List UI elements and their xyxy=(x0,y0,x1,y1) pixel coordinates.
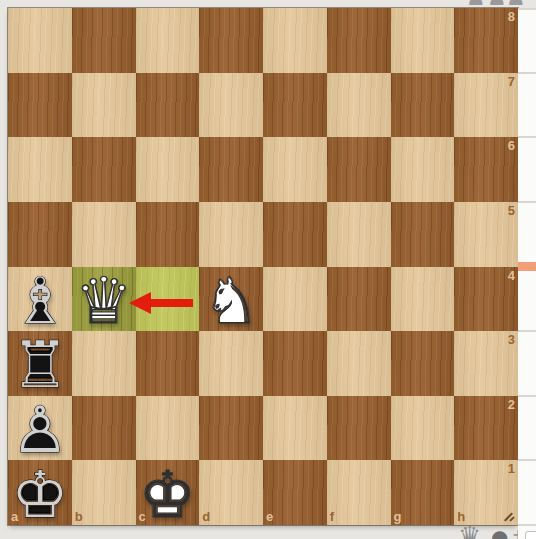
circle-icon[interactable]: ● xyxy=(491,527,508,539)
black-king[interactable]: ♚♔ xyxy=(8,460,72,525)
square-c7[interactable] xyxy=(136,73,200,138)
square-d7[interactable] xyxy=(199,73,263,138)
panel-tick xyxy=(518,136,536,138)
file-label-f: f xyxy=(330,510,334,523)
panel-tick xyxy=(518,524,536,526)
square-d5[interactable] xyxy=(199,202,263,267)
square-h5[interactable]: 5 xyxy=(454,202,518,267)
square-g6[interactable] xyxy=(391,137,455,202)
square-g1[interactable]: g xyxy=(391,460,455,525)
rank-label-1: 1 xyxy=(508,462,515,475)
square-e8[interactable] xyxy=(263,8,327,73)
square-g8[interactable] xyxy=(391,8,455,73)
square-b2[interactable] xyxy=(72,396,136,461)
black-rook[interactable]: ♜♖ xyxy=(8,331,72,396)
square-b5[interactable] xyxy=(72,202,136,267)
rank-label-5: 5 xyxy=(508,204,515,217)
white-king[interactable]: ♚♔ xyxy=(136,460,200,525)
black-bishop-glyph: ♗ xyxy=(8,269,72,334)
white-queen[interactable]: ♛♕ xyxy=(72,267,136,332)
square-f3[interactable] xyxy=(327,331,391,396)
file-label-g: g xyxy=(394,510,402,523)
square-b3[interactable] xyxy=(72,331,136,396)
resize-handle-icon[interactable] xyxy=(502,509,516,523)
square-c3[interactable] xyxy=(136,331,200,396)
file-label-h: h xyxy=(457,510,465,523)
square-e5[interactable] xyxy=(263,202,327,267)
square-d8[interactable] xyxy=(199,8,263,73)
square-a2[interactable]: ♟♙ xyxy=(8,396,72,461)
square-e7[interactable] xyxy=(263,73,327,138)
rank-label-3: 3 xyxy=(508,333,515,346)
board-grid: 8765♝♗♛♕♞♘4♜♖3♟♙2a♚♔bc♚♔defg1h xyxy=(8,8,518,525)
square-a6[interactable] xyxy=(8,137,72,202)
square-d1[interactable]: d xyxy=(199,460,263,525)
white-knight-glyph: ♘ xyxy=(199,269,263,334)
square-b8[interactable] xyxy=(72,8,136,73)
top-strip: ♟♟♟ xyxy=(0,0,536,8)
square-d2[interactable] xyxy=(199,396,263,461)
black-bishop[interactable]: ♝♗ xyxy=(8,267,72,332)
panel-tick xyxy=(518,459,536,461)
rank-label-6: 6 xyxy=(508,139,515,152)
spare-pawn-icon[interactable]: ♟ xyxy=(506,0,526,8)
square-h4[interactable]: 4 xyxy=(454,267,518,332)
panel-tick xyxy=(518,8,536,10)
square-h2[interactable]: 2 xyxy=(454,396,518,461)
square-d6[interactable] xyxy=(199,137,263,202)
rank-label-7: 7 xyxy=(508,75,515,88)
square-f7[interactable] xyxy=(327,73,391,138)
square-f6[interactable] xyxy=(327,137,391,202)
square-e4[interactable] xyxy=(263,267,327,332)
rank-label-8: 8 xyxy=(508,10,515,23)
plus-icon[interactable]: + xyxy=(512,528,518,539)
file-label-b: b xyxy=(75,510,83,523)
black-pawn[interactable]: ♟♙ xyxy=(8,396,72,461)
square-f5[interactable] xyxy=(327,202,391,267)
spare-pawn-icon[interactable]: ♟ xyxy=(466,0,486,8)
square-f8[interactable] xyxy=(327,8,391,73)
square-h8[interactable]: 8 xyxy=(454,8,518,73)
square-a7[interactable] xyxy=(8,73,72,138)
square-e6[interactable] xyxy=(263,137,327,202)
panel-tick xyxy=(518,330,536,332)
square-c2[interactable] xyxy=(136,396,200,461)
square-d3[interactable] xyxy=(199,331,263,396)
white-queen-glyph: ♕ xyxy=(72,269,136,334)
square-h7[interactable]: 7 xyxy=(454,73,518,138)
clipped-button[interactable] xyxy=(525,531,536,539)
square-h3[interactable]: 3 xyxy=(454,331,518,396)
square-b1[interactable]: b xyxy=(72,460,136,525)
square-b6[interactable] xyxy=(72,137,136,202)
white-knight[interactable]: ♞♘ xyxy=(199,267,263,332)
square-f1[interactable]: f xyxy=(327,460,391,525)
square-a5[interactable] xyxy=(8,202,72,267)
square-g2[interactable] xyxy=(391,396,455,461)
square-c8[interactable] xyxy=(136,8,200,73)
panel-tick xyxy=(518,201,536,203)
black-pawn-glyph: ♙ xyxy=(8,398,72,463)
square-e3[interactable] xyxy=(263,331,327,396)
square-b7[interactable] xyxy=(72,73,136,138)
rank-label-2: 2 xyxy=(508,398,515,411)
rank-label-4: 4 xyxy=(508,269,515,282)
square-h6[interactable]: 6 xyxy=(454,137,518,202)
square-g7[interactable] xyxy=(391,73,455,138)
spare-pawn-icon[interactable]: ♟ xyxy=(487,0,507,8)
panel-tick xyxy=(518,395,536,397)
file-label-e: e xyxy=(266,510,273,523)
right-panel xyxy=(518,8,536,539)
square-g5[interactable] xyxy=(391,202,455,267)
square-c4[interactable] xyxy=(136,267,200,332)
spare-queen-icon[interactable]: ♛ xyxy=(458,525,481,539)
square-e2[interactable] xyxy=(263,396,327,461)
square-a8[interactable] xyxy=(8,8,72,73)
square-e1[interactable]: e xyxy=(263,460,327,525)
square-c6[interactable] xyxy=(136,137,200,202)
square-g3[interactable] xyxy=(391,331,455,396)
square-c1[interactable]: c♚♔ xyxy=(136,460,200,525)
chess-board: 8765♝♗♛♕♞♘4♜♖3♟♙2a♚♔bc♚♔defg1h xyxy=(8,8,518,525)
square-a3[interactable]: ♜♖ xyxy=(8,331,72,396)
panel-accent-tick xyxy=(518,262,536,271)
black-king-glyph: ♔ xyxy=(8,462,72,527)
page: ♟♟♟ 8765♝♗♛♕♞♘4♜♖3♟♙2a♚♔bc♚♔defg1h ♛●+○ xyxy=(0,0,536,539)
panel-tick xyxy=(518,72,536,74)
square-f4[interactable] xyxy=(327,267,391,332)
square-f2[interactable] xyxy=(327,396,391,461)
square-a1[interactable]: a♚♔ xyxy=(8,460,72,525)
file-label-d: d xyxy=(202,510,210,523)
square-c5[interactable] xyxy=(136,202,200,267)
square-g4[interactable] xyxy=(391,267,455,332)
square-b4[interactable]: ♛♕ xyxy=(72,267,136,332)
bottom-strip: ♛●+○ xyxy=(0,525,518,539)
black-rook-glyph: ♖ xyxy=(8,333,72,398)
square-a4[interactable]: ♝♗ xyxy=(8,267,72,332)
white-king-glyph: ♔ xyxy=(136,462,200,527)
square-d4[interactable]: ♞♘ xyxy=(199,267,263,332)
